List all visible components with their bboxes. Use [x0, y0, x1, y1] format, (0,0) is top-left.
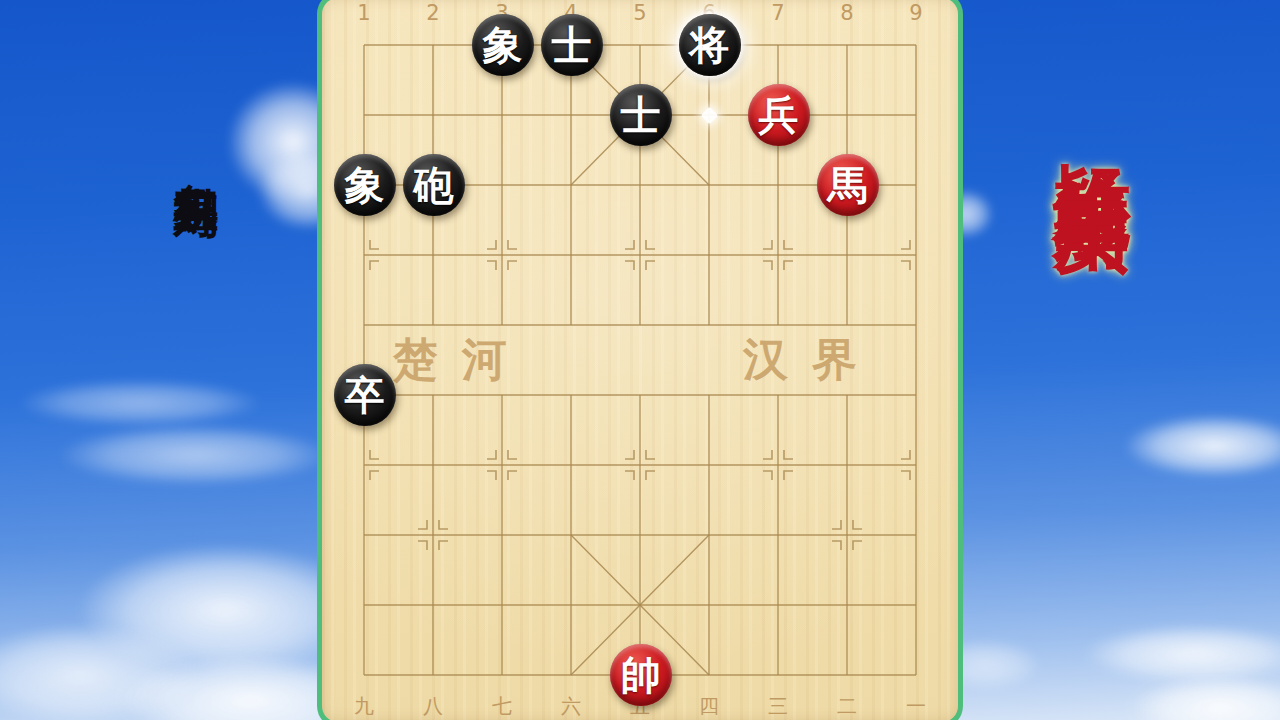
- cloud: [1130, 675, 1280, 720]
- channel-caption: 象棋刘正哥: [166, 148, 226, 163]
- cloud: [20, 380, 260, 426]
- piece-black-advisor[interactable]: 士: [541, 14, 603, 76]
- xiangqi-board[interactable]: 123456789 九八七六五四三二一 楚河 汉界 象士将士兵象砲馬卒帥: [322, 0, 958, 720]
- cloud: [1125, 415, 1280, 477]
- cloud: [60, 425, 330, 485]
- piece-black-general[interactable]: 将: [679, 14, 741, 76]
- piece-black-elephant[interactable]: 象: [334, 154, 396, 216]
- last-move-marker: [700, 106, 718, 124]
- cloud: [1085, 625, 1280, 683]
- piece-black-elephant[interactable]: 象: [472, 14, 534, 76]
- cloud: [0, 625, 200, 720]
- piece-red-general[interactable]: 帥: [610, 644, 672, 706]
- piece-black-pawn[interactable]: 卒: [334, 364, 396, 426]
- piece-red-pawn[interactable]: 兵: [748, 84, 810, 146]
- piece-black-advisor[interactable]: 士: [610, 84, 672, 146]
- piece-black-cannon[interactable]: 砲: [403, 154, 465, 216]
- piece-red-horse[interactable]: 馬: [817, 154, 879, 216]
- series-caption: 疑难绝妙实用: [1041, 100, 1145, 148]
- board-grid: 象士将士兵象砲馬卒帥: [330, 10, 951, 710]
- video-frame: 象棋刘正哥 疑难绝妙实用 123456789 九八七六五四三二一 楚河 汉界 象…: [0, 0, 1280, 720]
